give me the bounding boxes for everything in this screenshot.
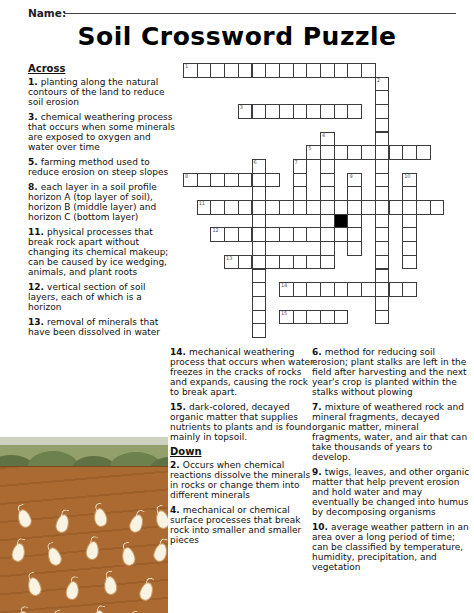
grid-cell[interactable] xyxy=(320,200,335,215)
grid-cell[interactable] xyxy=(320,186,335,201)
grid-cell[interactable] xyxy=(389,200,404,215)
clue-item: 6. method for reducing soil erosion; pla… xyxy=(312,347,470,397)
grid-cell[interactable] xyxy=(347,104,362,119)
page-title: Soil Crossword Puzzle xyxy=(0,22,474,51)
grid-cell[interactable] xyxy=(224,173,239,188)
clue-item-number: 12. xyxy=(28,282,47,292)
grid-cell[interactable] xyxy=(279,255,294,270)
seed-icon xyxy=(137,580,155,602)
grid-cell[interactable] xyxy=(347,186,362,201)
grid-cell[interactable] xyxy=(306,282,321,297)
grid-cell[interactable] xyxy=(347,63,362,78)
grid-cell[interactable]: 15 xyxy=(279,310,294,325)
grid-cell[interactable] xyxy=(293,310,308,325)
grid-cell[interactable] xyxy=(402,214,417,229)
grid-cell[interactable] xyxy=(375,241,390,256)
seed-icon xyxy=(154,509,168,531)
grid-cell[interactable] xyxy=(334,145,349,160)
grid-cell[interactable] xyxy=(347,282,362,297)
grid-clue-number: 9 xyxy=(349,174,352,179)
grid-cell[interactable] xyxy=(375,186,390,201)
clue-item: 1. planting along the natural contours o… xyxy=(28,77,175,107)
grid-cell[interactable] xyxy=(252,200,267,215)
clue-item-number: 6. xyxy=(312,347,325,357)
clue-item: 14. mechanical weathering process that o… xyxy=(170,347,316,397)
soil-layer xyxy=(0,467,168,613)
grid-cell[interactable] xyxy=(293,200,308,215)
clue-item-number: 5. xyxy=(28,157,41,167)
grid-cell[interactable] xyxy=(293,227,308,242)
crossword-grid: 123456789101112131415 xyxy=(183,63,458,338)
grid-cell[interactable] xyxy=(252,227,267,242)
grid-cell[interactable] xyxy=(238,255,253,270)
grid-cell[interactable] xyxy=(389,145,404,160)
clue-section-header: Across xyxy=(28,64,175,74)
grid-cell[interactable] xyxy=(361,282,376,297)
grid-cell[interactable] xyxy=(375,104,390,119)
seed-icon xyxy=(85,540,101,561)
grid-cell[interactable] xyxy=(252,323,267,338)
grid-cell[interactable] xyxy=(238,227,253,242)
grid-cell[interactable] xyxy=(334,200,349,215)
grid-cell[interactable] xyxy=(375,159,390,174)
grid-cell[interactable] xyxy=(252,241,267,256)
grid-cell[interactable] xyxy=(306,200,321,215)
grid-cell[interactable] xyxy=(252,214,267,229)
grid-cell[interactable] xyxy=(320,282,335,297)
grid-cell[interactable] xyxy=(334,310,349,325)
grid-cell[interactable]: 2 xyxy=(375,77,390,92)
clue-section-header: Down xyxy=(170,447,316,457)
grid-cell[interactable]: 7 xyxy=(293,159,308,174)
grid-cell[interactable] xyxy=(210,173,225,188)
seed-icon xyxy=(103,575,119,596)
bottom-right-clue-column: 6. method for reducing soil erosion; pla… xyxy=(312,347,470,577)
grid-cell[interactable] xyxy=(416,145,431,160)
seed-icon xyxy=(64,580,80,601)
grid-cell[interactable] xyxy=(347,227,362,242)
grid-cell[interactable] xyxy=(375,200,390,215)
grid-clue-number: 3 xyxy=(240,105,243,110)
grid-clue-number: 8 xyxy=(185,174,188,179)
clue-item: 3. chemical weathering process that occu… xyxy=(28,112,175,152)
grid-cell[interactable]: 5 xyxy=(306,145,321,160)
clue-item: 11. physical processes that break rock a… xyxy=(28,227,175,277)
clue-item-number: 10. xyxy=(312,522,331,532)
grid-cell[interactable]: 3 xyxy=(238,104,253,119)
grid-cell[interactable] xyxy=(224,227,239,242)
grid-cell[interactable] xyxy=(320,173,335,188)
grid-cell[interactable] xyxy=(252,296,267,311)
grid-cell[interactable] xyxy=(197,173,212,188)
grid-cell[interactable] xyxy=(252,310,267,325)
seed-icon xyxy=(127,512,146,534)
grid-cell[interactable] xyxy=(252,173,267,188)
name-label: Name: xyxy=(28,7,66,19)
grid-cell[interactable] xyxy=(279,104,294,119)
grid-cell[interactable] xyxy=(265,200,280,215)
grid-cell[interactable] xyxy=(402,145,417,160)
grid-cell[interactable] xyxy=(361,200,376,215)
grid-cell[interactable] xyxy=(347,241,362,256)
clue-item-number: 3. xyxy=(28,112,41,122)
grid-cell[interactable] xyxy=(279,200,294,215)
grid-cell[interactable] xyxy=(238,173,253,188)
grid-cell[interactable]: 11 xyxy=(197,200,212,215)
grid-cell[interactable]: 1 xyxy=(183,63,198,78)
grid-cell[interactable] xyxy=(320,227,335,242)
grid-cell[interactable] xyxy=(334,282,349,297)
seed-icon xyxy=(152,542,168,564)
grid-cell[interactable] xyxy=(252,282,267,297)
grid-cell[interactable] xyxy=(279,63,294,78)
grid-cell[interactable] xyxy=(402,200,417,215)
clue-item: 15. dark-colored, decayed organic matter… xyxy=(170,402,316,442)
grid-clue-number: 14 xyxy=(281,283,287,288)
grid-cell[interactable] xyxy=(375,282,390,297)
clue-item-number: 4. xyxy=(170,505,183,515)
clue-item: 7. mixture of weathered rock and mineral… xyxy=(312,402,470,462)
grid-clue-number: 12 xyxy=(212,228,218,233)
clue-item-number: 8. xyxy=(28,182,41,192)
clue-item-number: 11. xyxy=(28,227,47,237)
grid-cell[interactable] xyxy=(402,282,417,297)
grid-cell[interactable] xyxy=(375,90,390,105)
grid-cell[interactable] xyxy=(293,282,308,297)
grid-cell[interactable] xyxy=(320,241,335,256)
grid-cell[interactable] xyxy=(293,186,308,201)
seed-icon xyxy=(26,576,43,598)
seed-icon xyxy=(45,545,64,567)
grid-cell[interactable] xyxy=(265,104,280,119)
clue-item: 2. Occurs when chemical reactions dissol… xyxy=(170,460,316,500)
grid-cell[interactable] xyxy=(375,173,390,188)
grid-cell[interactable] xyxy=(375,296,390,311)
grid-cell[interactable]: 10 xyxy=(402,173,417,188)
grid-cell[interactable] xyxy=(320,63,335,78)
grid-cell[interactable] xyxy=(320,310,335,325)
grid-clue-number: 11 xyxy=(199,201,205,206)
grid-cell[interactable] xyxy=(224,63,239,78)
grid-cell[interactable] xyxy=(402,186,417,201)
grid-cell[interactable] xyxy=(265,63,280,78)
clue-item: 10. average weather pattern in an area o… xyxy=(312,522,470,572)
clue-item: 5. farming method used to reduce erosion… xyxy=(28,157,175,177)
grid-cell[interactable] xyxy=(293,255,308,270)
clue-item-number: 7. xyxy=(312,402,325,412)
grid-cell[interactable]: 4 xyxy=(320,132,335,147)
grid-cell[interactable] xyxy=(238,63,253,78)
grid-cell[interactable] xyxy=(210,63,225,78)
grid-clue-number: 2 xyxy=(377,78,380,83)
grid-cell[interactable] xyxy=(375,118,390,133)
grid-cell[interactable] xyxy=(375,145,390,160)
seed-icon xyxy=(54,513,71,535)
grid-cell[interactable] xyxy=(320,255,335,270)
grid-cell[interactable] xyxy=(252,255,267,270)
grid-clue-number: 7 xyxy=(295,160,298,165)
grid-cell[interactable] xyxy=(320,145,335,160)
grid-clue-number: 13 xyxy=(226,256,232,261)
grid-cell[interactable]: 13 xyxy=(224,255,239,270)
grid-cell[interactable] xyxy=(430,200,445,215)
grid-cell[interactable] xyxy=(334,63,349,78)
clue-item: 13. removal of minerals that have been d… xyxy=(28,317,175,337)
grid-cell[interactable] xyxy=(252,63,267,78)
grid-cell[interactable] xyxy=(347,145,362,160)
grid-cell[interactable] xyxy=(252,269,267,284)
name-row: Name: xyxy=(28,2,462,16)
grid-cell[interactable] xyxy=(334,104,349,119)
grid-cell[interactable] xyxy=(361,145,376,160)
grid-cell[interactable] xyxy=(252,186,267,201)
grid-cell[interactable] xyxy=(306,255,321,270)
bottom-middle-clue-column: 14. mechanical weathering process that o… xyxy=(170,347,316,550)
clue-item-number: 15. xyxy=(170,402,189,412)
clue-item: 4. mechanical or chemical surface proces… xyxy=(170,505,316,545)
soil-illustration xyxy=(0,437,168,613)
grid-clue-number: 1 xyxy=(185,64,188,69)
grid-cell[interactable] xyxy=(402,241,417,256)
grid-cell[interactable] xyxy=(306,310,321,325)
grid-cell[interactable] xyxy=(279,227,294,242)
seed-icon xyxy=(120,546,137,567)
seed-icon xyxy=(10,542,27,563)
grid-cell[interactable] xyxy=(416,200,431,215)
clue-item-number: 2. xyxy=(170,460,183,470)
grid-cell[interactable] xyxy=(375,255,390,270)
grid-cell[interactable] xyxy=(252,104,267,119)
grid-clue-number: 4 xyxy=(322,133,325,138)
seed-icon xyxy=(92,507,108,528)
grid-cell[interactable] xyxy=(389,282,404,297)
grid-cell[interactable] xyxy=(375,214,390,229)
grid-cell[interactable] xyxy=(293,173,308,188)
grid-clue-number: 10 xyxy=(404,174,410,179)
grid-cell[interactable] xyxy=(375,227,390,242)
clue-item-number: 1. xyxy=(28,77,41,87)
grid-clue-number: 15 xyxy=(281,311,287,316)
grid-cell[interactable] xyxy=(197,63,212,78)
grid-cell[interactable] xyxy=(224,200,239,215)
clue-item-number: 9. xyxy=(312,467,325,477)
grid-cell[interactable] xyxy=(375,310,390,325)
grid-clue-number: 6 xyxy=(254,160,257,165)
grid-cell[interactable]: 8 xyxy=(183,173,198,188)
grid-cell[interactable] xyxy=(361,63,376,78)
grid-cell[interactable]: 6 xyxy=(252,159,267,174)
grid-cell[interactable] xyxy=(210,200,225,215)
grid-cell[interactable] xyxy=(293,63,308,78)
black-cell xyxy=(334,214,349,229)
grid-cell[interactable]: 9 xyxy=(347,173,362,188)
clue-item-number: 13. xyxy=(28,317,47,327)
grid-cell[interactable] xyxy=(265,255,280,270)
grid-cell[interactable] xyxy=(320,214,335,229)
name-field[interactable] xyxy=(64,12,456,14)
worksheet-page: { "game": "crossword", "header": { "name… xyxy=(0,0,474,613)
grid-cell[interactable] xyxy=(375,269,390,284)
grid-clue-number: 5 xyxy=(308,146,311,151)
grid-cell[interactable] xyxy=(320,159,335,174)
grid-cell[interactable] xyxy=(375,132,390,147)
grid-cell[interactable] xyxy=(402,227,417,242)
grid-cell[interactable] xyxy=(306,104,321,119)
clue-item-number: 14. xyxy=(170,347,189,357)
grid-cell[interactable] xyxy=(402,255,417,270)
grid-cell[interactable] xyxy=(347,200,362,215)
grid-cell[interactable] xyxy=(306,63,321,78)
across-clue-column: Across1. planting along the natural cont… xyxy=(28,60,175,342)
grid-cell[interactable] xyxy=(265,227,280,242)
grid-cell[interactable]: 14 xyxy=(279,282,294,297)
clue-item: 12. vertical section of soil layers, eac… xyxy=(28,282,175,312)
grid-cell[interactable] xyxy=(238,200,253,215)
clue-item: 9. twigs, leaves, and other organic matt… xyxy=(312,467,470,517)
grid-cell[interactable] xyxy=(347,214,362,229)
grid-cell[interactable] xyxy=(265,173,280,188)
grid-cell[interactable] xyxy=(306,227,321,242)
seed-icon xyxy=(15,507,33,529)
grid-cell[interactable] xyxy=(293,104,308,119)
grid-cell[interactable]: 12 xyxy=(210,227,225,242)
clue-item: 8. each layer in a soil profile horizon … xyxy=(28,182,175,222)
grid-cell[interactable] xyxy=(320,104,335,119)
seed-icon xyxy=(90,609,107,613)
grid-cell[interactable] xyxy=(334,227,349,242)
